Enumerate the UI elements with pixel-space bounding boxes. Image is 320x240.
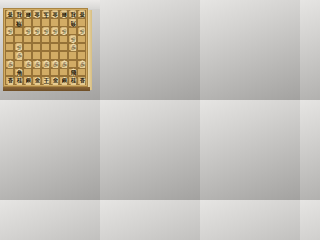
board-grid: 香桂銀金玉金銀桂香飛角歩歩歩歩歩歩歩歩歩歩歩歩歩歩歩歩歩歩角飛香桂銀金王金銀桂香 bbox=[5, 10, 86, 85]
board-cell: 歩 bbox=[14, 43, 23, 51]
board-cell bbox=[41, 35, 50, 43]
board-cell: 歩 bbox=[41, 60, 50, 68]
board-cell: 玉 bbox=[41, 10, 50, 18]
board-cell bbox=[50, 43, 59, 51]
board-cell bbox=[59, 18, 68, 26]
board-cell: 歩 bbox=[32, 27, 41, 35]
board-cell bbox=[23, 18, 32, 26]
board-cell: 桂 bbox=[68, 10, 77, 18]
board-cell bbox=[59, 43, 68, 51]
board-cell: 歩 bbox=[5, 60, 14, 68]
board-cell: 歩 bbox=[59, 27, 68, 35]
board-cell: 飛 bbox=[68, 68, 77, 76]
board-cell: 歩 bbox=[32, 60, 41, 68]
board-cell bbox=[23, 43, 32, 51]
board-cell: 歩 bbox=[59, 60, 68, 68]
board-playing-surface: 香桂銀金玉金銀桂香飛角歩歩歩歩歩歩歩歩歩歩歩歩歩歩歩歩歩歩角飛香桂銀金王金銀桂香 bbox=[3, 8, 88, 87]
board-cell: 王 bbox=[41, 76, 50, 84]
board-cell bbox=[41, 43, 50, 51]
board-cell bbox=[77, 51, 86, 59]
gote-lance-piece[interactable]: 香 bbox=[78, 77, 86, 86]
board-cell: 銀 bbox=[23, 76, 32, 84]
board-cell bbox=[68, 27, 77, 35]
board-cell: 歩 bbox=[77, 27, 86, 35]
board-cell: 角 bbox=[68, 18, 77, 26]
board-cell: 銀 bbox=[23, 10, 32, 18]
board-cell bbox=[77, 68, 86, 76]
board-cell: 銀 bbox=[59, 76, 68, 84]
board-cell bbox=[77, 18, 86, 26]
board-cell bbox=[32, 68, 41, 76]
board-cell bbox=[23, 51, 32, 59]
board-cell bbox=[41, 51, 50, 59]
board-cell bbox=[50, 35, 59, 43]
board-cell bbox=[32, 43, 41, 51]
board-cell: 歩 bbox=[5, 27, 14, 35]
board-cell: 歩 bbox=[41, 27, 50, 35]
board-cell bbox=[32, 35, 41, 43]
board-cell bbox=[23, 68, 32, 76]
board-cell bbox=[5, 51, 14, 59]
board-cell: 歩 bbox=[23, 27, 32, 35]
board-cell bbox=[23, 35, 32, 43]
board-cell: 香 bbox=[77, 10, 86, 18]
board-cell: 桂 bbox=[14, 76, 23, 84]
board-cell: 歩 bbox=[77, 60, 86, 68]
board-cell: 歩 bbox=[50, 27, 59, 35]
board-cell: 歩 bbox=[68, 43, 77, 51]
board-side-face-right bbox=[88, 10, 92, 90]
board-cell: 角 bbox=[14, 68, 23, 76]
shogi-board: 香桂銀金玉金銀桂香飛角歩歩歩歩歩歩歩歩歩歩歩歩歩歩歩歩歩歩角飛香桂銀金王金銀桂香 bbox=[3, 8, 91, 90]
board-cell bbox=[14, 27, 23, 35]
board-cell: 香 bbox=[77, 76, 86, 84]
board-cell bbox=[77, 35, 86, 43]
board-cell: 金 bbox=[50, 76, 59, 84]
board-cell: 歩 bbox=[68, 35, 77, 43]
board-cell: 金 bbox=[32, 76, 41, 84]
board-cell: 桂 bbox=[14, 10, 23, 18]
board-cell: 桂 bbox=[68, 76, 77, 84]
board-cell bbox=[59, 51, 68, 59]
board-cell bbox=[32, 51, 41, 59]
board-cell bbox=[41, 18, 50, 26]
board-cell bbox=[41, 68, 50, 76]
board-cell bbox=[59, 35, 68, 43]
board-cell bbox=[77, 43, 86, 51]
board-cell: 香 bbox=[5, 76, 14, 84]
board-side-face-bottom bbox=[3, 87, 90, 91]
board-cell: 金 bbox=[32, 10, 41, 18]
board-cell bbox=[5, 68, 14, 76]
board-cell bbox=[59, 68, 68, 76]
board-cell: 銀 bbox=[59, 10, 68, 18]
board-cell: 歩 bbox=[23, 60, 32, 68]
board-cell bbox=[14, 35, 23, 43]
board-cell bbox=[68, 51, 77, 59]
board-cell bbox=[32, 18, 41, 26]
board-cell bbox=[50, 68, 59, 76]
board-cell bbox=[5, 43, 14, 51]
board-cell bbox=[5, 18, 14, 26]
board-cell bbox=[68, 60, 77, 68]
board-cell: 歩 bbox=[50, 60, 59, 68]
board-cell: 飛 bbox=[14, 18, 23, 26]
board-cell: 香 bbox=[5, 10, 14, 18]
board-cell: 金 bbox=[50, 10, 59, 18]
board-cell: 歩 bbox=[14, 51, 23, 59]
board-cell bbox=[50, 18, 59, 26]
board-cell bbox=[14, 60, 23, 68]
board-cell bbox=[5, 35, 14, 43]
board-cell bbox=[50, 51, 59, 59]
